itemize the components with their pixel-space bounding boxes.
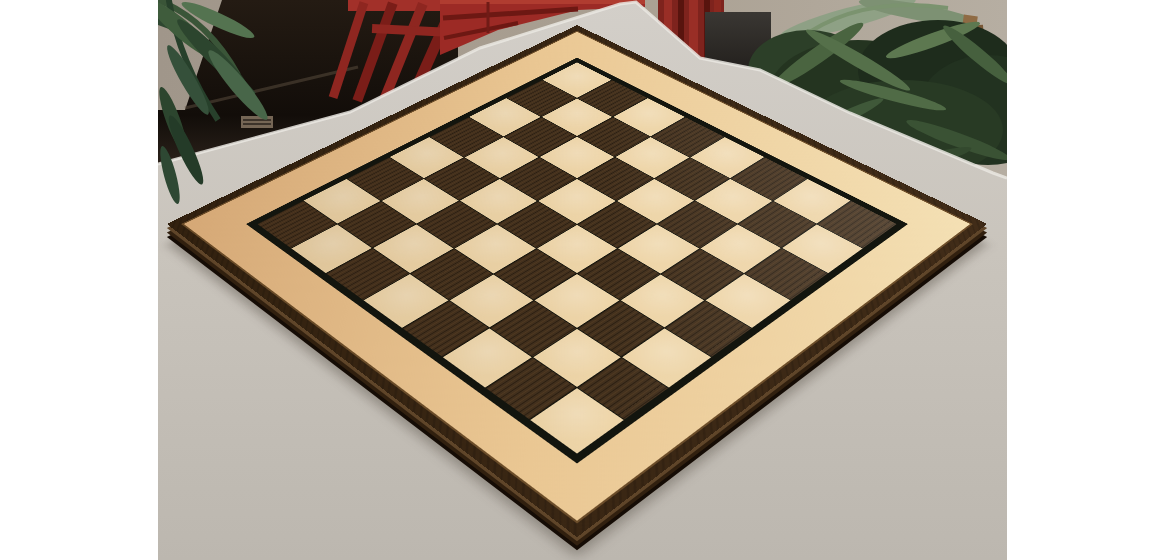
playing-field — [257, 62, 896, 453]
photo-area — [158, 0, 1007, 560]
board-top — [167, 25, 987, 537]
chessboard — [287, 0, 867, 514]
floor-vent — [241, 116, 273, 128]
screenshot-stage — [0, 0, 1158, 560]
